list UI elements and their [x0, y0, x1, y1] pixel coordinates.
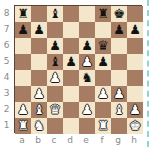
- square-b6[interactable]: [31, 38, 47, 54]
- piece-white-pawn[interactable]: ♟: [111, 86, 127, 102]
- square-h7[interactable]: ♟: [127, 22, 143, 38]
- piece-white-queen[interactable]: ♛: [47, 102, 63, 118]
- piece-white-knight[interactable]: ♞: [31, 118, 47, 134]
- piece-black-pawn[interactable]: ♟: [31, 22, 47, 38]
- square-g7[interactable]: ♟: [111, 22, 127, 38]
- square-e4[interactable]: ♞: [79, 70, 95, 86]
- selection-guide-line: [147, 0, 149, 147]
- square-g4[interactable]: [111, 70, 127, 86]
- square-d5[interactable]: ♟: [63, 54, 79, 70]
- square-f7[interactable]: [95, 22, 111, 38]
- square-h4[interactable]: [127, 70, 143, 86]
- rank-label-1: 1: [0, 117, 13, 133]
- piece-black-pawn[interactable]: ♟: [15, 22, 31, 38]
- piece-black-pawn[interactable]: ♟: [63, 54, 79, 70]
- square-c4[interactable]: ♟: [47, 70, 63, 86]
- rank-label-4: 4: [0, 69, 13, 85]
- piece-black-pawn[interactable]: ♟: [111, 22, 127, 38]
- square-a7[interactable]: ♟: [15, 22, 31, 38]
- square-g5[interactable]: [111, 54, 127, 70]
- square-h2[interactable]: ♟: [127, 102, 143, 118]
- square-e1[interactable]: [79, 118, 95, 134]
- square-a6[interactable]: [15, 38, 31, 54]
- square-c1[interactable]: [47, 118, 63, 134]
- piece-white-pawn[interactable]: ♟: [15, 102, 31, 118]
- file-label-c: c: [46, 133, 62, 147]
- file-labels: abcdefgh: [14, 133, 142, 147]
- square-h3[interactable]: [127, 86, 143, 102]
- square-h6[interactable]: [127, 38, 143, 54]
- file-label-a: a: [14, 133, 30, 147]
- square-b2[interactable]: ♝: [31, 102, 47, 118]
- piece-black-king[interactable]: ♚: [111, 6, 127, 22]
- piece-white-pawn[interactable]: ♟: [127, 102, 143, 118]
- square-c7[interactable]: [47, 22, 63, 38]
- file-label-d: d: [62, 133, 78, 147]
- square-b3[interactable]: ♟: [31, 86, 47, 102]
- piece-black-rook[interactable]: ♜: [15, 6, 31, 22]
- square-e2[interactable]: ♟: [79, 102, 95, 118]
- square-a3[interactable]: [15, 86, 31, 102]
- file-label-g: g: [110, 133, 126, 147]
- square-e6[interactable]: ♟: [79, 38, 95, 54]
- piece-black-pawn[interactable]: ♟: [79, 38, 95, 54]
- square-b1[interactable]: ♞: [31, 118, 47, 134]
- piece-black-queen[interactable]: ♛: [95, 38, 111, 54]
- square-e8[interactable]: [79, 6, 95, 22]
- piece-black-pawn[interactable]: ♟: [127, 22, 143, 38]
- square-c3[interactable]: [47, 86, 63, 102]
- piece-black-bishop[interactable]: ♝: [47, 54, 63, 70]
- rank-labels: 87654321: [0, 5, 13, 133]
- piece-black-pawn[interactable]: ♟: [95, 54, 111, 70]
- square-f3[interactable]: ♟: [95, 86, 111, 102]
- piece-white-bishop[interactable]: ♝: [111, 102, 127, 118]
- piece-white-pawn[interactable]: ♟: [31, 86, 47, 102]
- square-e3[interactable]: [79, 86, 95, 102]
- square-e5[interactable]: ♟: [79, 54, 95, 70]
- square-g2[interactable]: ♝: [111, 102, 127, 118]
- chess-board: ♜♝♜♚♟♟♟♟♟♟♛♝♟♟♟♟♞♟♟♟♟♝♛♟♝♟♜♞♜♚: [14, 5, 142, 133]
- square-a2[interactable]: ♟: [15, 102, 31, 118]
- file-label-e: e: [78, 133, 94, 147]
- piece-white-bishop[interactable]: ♝: [31, 102, 47, 118]
- rank-label-7: 7: [0, 21, 13, 37]
- rank-label-5: 5: [0, 53, 13, 69]
- piece-black-rook[interactable]: ♜: [95, 6, 111, 22]
- piece-white-pawn[interactable]: ♟: [95, 86, 111, 102]
- square-c2[interactable]: ♛: [47, 102, 63, 118]
- square-c5[interactable]: ♝: [47, 54, 63, 70]
- square-g3[interactable]: ♟: [111, 86, 127, 102]
- chess-diagram: 87654321 ♜♝♜♚♟♟♟♟♟♟♛♝♟♟♟♟♞♟♟♟♟♝♛♟♝♟♜♞♜♚ …: [0, 0, 152, 147]
- square-f5[interactable]: ♟: [95, 54, 111, 70]
- piece-black-knight[interactable]: ♞: [79, 70, 95, 86]
- piece-white-pawn[interactable]: ♟: [79, 54, 95, 70]
- piece-white-rook[interactable]: ♜: [95, 118, 111, 134]
- square-c8[interactable]: ♝: [47, 6, 63, 22]
- square-f1[interactable]: ♜: [95, 118, 111, 134]
- square-d3[interactable]: [63, 86, 79, 102]
- piece-white-pawn[interactable]: ♟: [47, 70, 63, 86]
- square-b5[interactable]: [31, 54, 47, 70]
- square-d6[interactable]: [63, 38, 79, 54]
- square-g8[interactable]: ♚: [111, 6, 127, 22]
- square-d7[interactable]: [63, 22, 79, 38]
- rank-label-3: 3: [0, 85, 13, 101]
- square-d4[interactable]: [63, 70, 79, 86]
- square-d8[interactable]: [63, 6, 79, 22]
- rank-label-8: 8: [0, 5, 13, 21]
- piece-white-king[interactable]: ♚: [127, 118, 143, 134]
- rank-label-6: 6: [0, 37, 13, 53]
- piece-white-rook[interactable]: ♜: [15, 118, 31, 134]
- square-a4[interactable]: [15, 70, 31, 86]
- square-b7[interactable]: ♟: [31, 22, 47, 38]
- piece-black-bishop[interactable]: ♝: [47, 6, 63, 22]
- square-d2[interactable]: [63, 102, 79, 118]
- square-h5[interactable]: [127, 54, 143, 70]
- rank-label-2: 2: [0, 101, 13, 117]
- square-g6[interactable]: [111, 38, 127, 54]
- file-label-b: b: [30, 133, 46, 147]
- square-a1[interactable]: ♜: [15, 118, 31, 134]
- square-f8[interactable]: ♜: [95, 6, 111, 22]
- square-b8[interactable]: [31, 6, 47, 22]
- piece-white-pawn[interactable]: ♟: [79, 102, 95, 118]
- square-c6[interactable]: ♟: [47, 38, 63, 54]
- square-a5[interactable]: [15, 54, 31, 70]
- file-label-f: f: [94, 133, 110, 147]
- square-b4[interactable]: [31, 70, 47, 86]
- square-h8[interactable]: [127, 6, 143, 22]
- square-g1[interactable]: [111, 118, 127, 134]
- piece-black-pawn[interactable]: ♟: [47, 38, 63, 54]
- square-f2[interactable]: [95, 102, 111, 118]
- square-e7[interactable]: [79, 22, 95, 38]
- square-h1[interactable]: ♚: [127, 118, 143, 134]
- square-f6[interactable]: ♛: [95, 38, 111, 54]
- square-d1[interactable]: [63, 118, 79, 134]
- file-label-h: h: [126, 133, 142, 147]
- square-a8[interactable]: ♜: [15, 6, 31, 22]
- square-f4[interactable]: [95, 70, 111, 86]
